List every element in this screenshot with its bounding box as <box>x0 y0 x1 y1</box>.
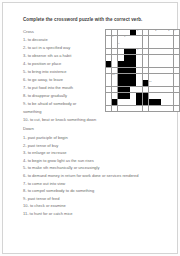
grid-cell[interactable] <box>130 93 136 99</box>
clue-item: 9- past tense of feed <box>23 195 159 203</box>
grid-cell[interactable] <box>130 99 136 105</box>
grid-cell[interactable] <box>143 30 149 36</box>
grid-cell[interactable] <box>174 36 180 42</box>
grid-cell-black <box>130 61 136 67</box>
grid-cell[interactable] <box>161 42 167 48</box>
grid-cell[interactable] <box>161 80 167 86</box>
grid-cell-black <box>118 87 124 93</box>
grid-cell-black <box>124 93 130 99</box>
grid-cell[interactable] <box>174 49 180 55</box>
grid-cell-black <box>130 49 136 55</box>
grid-cell[interactable] <box>112 80 118 86</box>
clue-item: 1- past participle of begin <box>23 134 159 142</box>
cell-number: 3 <box>168 29 169 31</box>
grid-cell[interactable] <box>130 106 136 112</box>
page-title: Complete the crossword puzzle with the c… <box>23 17 163 22</box>
grid-cell-black <box>118 74 124 80</box>
grid-cell[interactable] <box>118 106 124 112</box>
clue-item: 6- to demand money in return for work do… <box>23 172 159 180</box>
grid-cell-black <box>155 99 161 105</box>
grid-cell[interactable] <box>106 74 112 80</box>
grid-cell[interactable] <box>112 55 118 61</box>
grid-cell[interactable] <box>174 106 180 112</box>
grid-cell[interactable] <box>143 61 149 67</box>
grid-cell[interactable] <box>143 42 149 48</box>
clue-item: 4- to begin to grow light as the sun ris… <box>23 157 159 165</box>
grid-cell[interactable] <box>155 36 161 42</box>
grid-cell[interactable] <box>149 68 155 74</box>
grid-cell[interactable] <box>161 99 167 105</box>
grid-cell[interactable] <box>167 42 173 48</box>
grid-cell[interactable] <box>167 61 173 67</box>
grid-cell[interactable] <box>112 93 118 99</box>
grid-cell[interactable] <box>136 74 142 80</box>
grid-cell[interactable] <box>167 99 173 105</box>
grid-cell[interactable] <box>124 42 130 48</box>
grid-cell-black <box>118 80 124 86</box>
clue-item: 2- past tense of buy <box>23 142 159 150</box>
grid-cell[interactable]: 2 <box>155 30 161 36</box>
grid-cell[interactable]: 8 <box>118 42 124 48</box>
grid-cell[interactable] <box>112 87 118 93</box>
grid-cell-black <box>118 61 124 67</box>
grid-cell[interactable] <box>174 68 180 74</box>
grid-cell[interactable] <box>112 42 118 48</box>
grid-cell[interactable] <box>167 74 173 80</box>
grid-cell[interactable] <box>136 36 142 42</box>
grid-cell[interactable] <box>136 106 142 112</box>
grid-cell[interactable] <box>167 93 173 99</box>
grid-cell[interactable] <box>167 49 173 55</box>
grid-cell[interactable] <box>174 74 180 80</box>
grid-cell[interactable] <box>149 87 155 93</box>
worksheet-page: Complete the crossword puzzle with the c… <box>2 2 178 254</box>
grid-cell-black <box>149 99 155 105</box>
grid-cell[interactable] <box>118 49 124 55</box>
grid-cell[interactable] <box>112 61 118 67</box>
cell-number: 6 <box>112 35 113 37</box>
grid-cell[interactable] <box>161 74 167 80</box>
cell-number: 1 <box>137 29 138 31</box>
grid-cell[interactable] <box>174 55 180 61</box>
grid-cell[interactable] <box>174 87 180 93</box>
grid-cell[interactable] <box>174 93 180 99</box>
grid-cell[interactable] <box>155 42 161 48</box>
grid-cell[interactable] <box>143 49 149 55</box>
grid-cell[interactable] <box>161 87 167 93</box>
down-header: Down <box>23 126 34 131</box>
grid-cell[interactable] <box>149 61 155 67</box>
clue-item: 10- to check or examine <box>23 202 159 210</box>
grid-cell[interactable] <box>106 87 112 93</box>
grid-cell[interactable] <box>118 30 124 36</box>
across-header: Cross <box>23 29 34 34</box>
grid-cell[interactable] <box>130 87 136 93</box>
grid-cell[interactable] <box>124 99 130 105</box>
grid-cell[interactable] <box>149 93 155 99</box>
grid-cell[interactable] <box>167 55 173 61</box>
grid-cell-black <box>124 87 130 93</box>
grid-cell[interactable] <box>161 30 167 36</box>
cell-number: 4 <box>174 29 175 31</box>
grid-cell-black <box>130 68 136 74</box>
grid-cell[interactable] <box>143 55 149 61</box>
clue-item: 11- to hunt for or catch mice <box>23 210 159 218</box>
grid-cell[interactable] <box>167 80 173 86</box>
grid-cell[interactable] <box>124 106 130 112</box>
grid-cell[interactable] <box>106 93 112 99</box>
grid-cell-black <box>118 68 124 74</box>
grid-cell[interactable]: 7 <box>124 36 130 42</box>
grid-cell-black <box>136 99 142 105</box>
grid-cell-black <box>143 93 149 99</box>
grid-cell[interactable] <box>143 36 149 42</box>
grid-cell[interactable]: 10 <box>112 74 118 80</box>
grid-cell[interactable]: 4 <box>174 30 180 36</box>
grid-cell[interactable] <box>149 30 155 36</box>
grid-cell-black <box>143 99 149 105</box>
cell-number: 9 <box>137 48 138 50</box>
grid-cell[interactable]: 11 <box>149 80 155 86</box>
grid-cell[interactable] <box>161 93 167 99</box>
grid-cell[interactable] <box>106 42 112 48</box>
grid-cell[interactable] <box>112 49 118 55</box>
cell-number: 10 <box>112 73 115 75</box>
cell-number: 2 <box>155 29 156 31</box>
grid-cell-black <box>124 61 130 67</box>
grid-cell[interactable] <box>155 106 161 112</box>
grid-cell[interactable] <box>106 106 112 112</box>
grid-cell[interactable] <box>106 49 112 55</box>
grid-cell-black <box>124 49 130 55</box>
grid-cell-black <box>136 93 142 99</box>
grid-cell[interactable] <box>106 68 112 74</box>
grid-cell[interactable] <box>106 99 112 105</box>
down-clue-list: 1- past participle of begin2- past tense… <box>23 134 159 218</box>
grid-cell[interactable] <box>149 106 155 112</box>
grid-cell[interactable] <box>106 55 112 61</box>
grid-cell[interactable]: 9 <box>136 49 142 55</box>
grid-cell[interactable] <box>161 55 167 61</box>
grid-cell[interactable] <box>130 36 136 42</box>
worksheet-screenshot: Complete the crossword puzzle with the c… <box>0 0 180 256</box>
grid-cell[interactable] <box>143 87 149 93</box>
grid-cell[interactable] <box>118 55 124 61</box>
grid-cell[interactable] <box>149 49 155 55</box>
grid-cell-black <box>143 80 149 86</box>
grid-cell[interactable] <box>155 87 161 93</box>
grid-cell-black <box>112 99 118 105</box>
grid-cell[interactable] <box>136 87 142 93</box>
grid-cell[interactable] <box>155 93 161 99</box>
grid-cell[interactable] <box>167 68 173 74</box>
grid-cell[interactable] <box>155 80 161 86</box>
grid-cell[interactable] <box>161 49 167 55</box>
grid-cell-black <box>124 55 130 61</box>
clue-item: 5- to make sth mechanically or unceasing… <box>23 164 159 172</box>
grid-cell[interactable] <box>174 99 180 105</box>
clue-item: 8- to compel somebody to do something <box>23 187 159 195</box>
grid-cell[interactable] <box>161 106 167 112</box>
grid-cell[interactable] <box>136 80 142 86</box>
grid-cell[interactable] <box>149 36 155 42</box>
grid-cell-black <box>130 30 136 36</box>
grid-cell-black <box>124 80 130 86</box>
grid-cell-black <box>118 93 124 99</box>
grid-cell-black <box>130 80 136 86</box>
grid-cell[interactable] <box>161 61 167 67</box>
grid-cell-black <box>130 74 136 80</box>
grid-cell[interactable] <box>155 74 161 80</box>
grid-cell[interactable] <box>136 61 142 67</box>
grid-cell[interactable] <box>149 55 155 61</box>
cell-number: 11 <box>149 80 152 82</box>
grid-cell[interactable] <box>143 106 149 112</box>
grid-cell[interactable] <box>106 36 112 42</box>
grid-cell[interactable] <box>161 68 167 74</box>
grid-cell[interactable] <box>106 80 112 86</box>
grid-cell[interactable] <box>143 68 149 74</box>
clue-item: 3- to enlarge or increase <box>23 149 159 157</box>
grid-cell[interactable] <box>112 106 118 112</box>
cell-number: 7 <box>124 35 125 37</box>
grid-cell[interactable] <box>167 36 173 42</box>
grid-cell[interactable] <box>155 61 161 67</box>
crossword-grid: 1234567891011 <box>105 29 180 112</box>
grid-cell[interactable] <box>174 61 180 67</box>
grid-cell[interactable] <box>161 36 167 42</box>
grid-cell[interactable] <box>167 87 173 93</box>
grid-cell[interactable] <box>143 74 149 80</box>
cell-number: 8 <box>118 42 119 44</box>
grid-cell[interactable]: 6 <box>112 36 118 42</box>
grid-cell-black <box>124 68 130 74</box>
grid-cell[interactable] <box>136 55 142 61</box>
clue-item: 7- to come out into view <box>23 180 159 188</box>
grid-cell[interactable] <box>174 42 180 48</box>
grid-cell[interactable] <box>130 42 136 48</box>
grid-cell[interactable] <box>118 99 124 105</box>
grid-cell[interactable] <box>106 30 112 36</box>
grid-cell[interactable] <box>155 68 161 74</box>
grid-cell[interactable] <box>149 42 155 48</box>
grid-cell-black <box>106 61 112 67</box>
grid-cell[interactable] <box>174 80 180 86</box>
grid-cell-black <box>130 55 136 61</box>
grid-cell[interactable]: 3 <box>167 30 173 36</box>
grid-cell[interactable] <box>167 106 173 112</box>
clue-item: 10- to cut, beat or knock something down <box>23 116 141 124</box>
grid-cell[interactable] <box>155 55 161 61</box>
grid-cell[interactable] <box>155 49 161 55</box>
grid-cell[interactable]: 1 <box>136 30 142 36</box>
grid-cell[interactable] <box>136 68 142 74</box>
grid-cell-black <box>124 74 130 80</box>
